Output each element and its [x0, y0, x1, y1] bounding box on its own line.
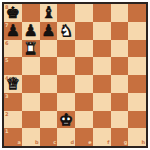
square-a4[interactable]: 4♛	[4, 75, 22, 93]
square-h3[interactable]	[128, 93, 146, 111]
square-c5[interactable]	[40, 57, 58, 75]
square-f6[interactable]	[93, 40, 111, 58]
square-g4[interactable]	[111, 75, 129, 93]
square-f5[interactable]	[93, 57, 111, 75]
square-b2[interactable]	[22, 111, 40, 129]
square-a2[interactable]: 2	[4, 111, 22, 129]
square-d5[interactable]	[57, 57, 75, 75]
square-g8[interactable]	[111, 4, 129, 22]
square-a3[interactable]: 3	[4, 93, 22, 111]
file-label-g: g	[124, 140, 128, 145]
square-f3[interactable]	[93, 93, 111, 111]
square-c2[interactable]	[40, 111, 58, 129]
square-c3[interactable]	[40, 93, 58, 111]
square-c8[interactable]: ♝	[40, 4, 58, 22]
square-h2[interactable]	[128, 111, 146, 129]
piece-black-pawn-c7[interactable]: ♟	[40, 22, 58, 40]
square-a5[interactable]: 5	[4, 57, 22, 75]
square-d8[interactable]	[57, 4, 75, 22]
rank-label-6: 6	[5, 41, 8, 46]
square-b3[interactable]	[22, 93, 40, 111]
square-b7[interactable]: ♟	[22, 22, 40, 40]
square-h6[interactable]	[128, 40, 146, 58]
rank-label-5: 5	[5, 58, 8, 63]
square-g3[interactable]	[111, 93, 129, 111]
square-b4[interactable]	[22, 75, 40, 93]
piece-white-knight-d7[interactable]: ♞	[57, 22, 75, 40]
square-c6[interactable]	[40, 40, 58, 58]
square-b5[interactable]	[22, 57, 40, 75]
square-d3[interactable]	[57, 93, 75, 111]
square-a7[interactable]: 7♟	[4, 22, 22, 40]
square-f1[interactable]: f	[93, 128, 111, 146]
square-h1[interactable]: h	[128, 128, 146, 146]
square-e8[interactable]	[75, 4, 93, 22]
square-d1[interactable]: d	[57, 128, 75, 146]
square-g7[interactable]	[111, 22, 129, 40]
file-label-d: d	[70, 140, 74, 145]
piece-white-queen-a4[interactable]: ♛	[4, 75, 22, 93]
piece-black-king-a8[interactable]: ♚	[4, 4, 22, 22]
square-h5[interactable]	[128, 57, 146, 75]
file-label-f: f	[107, 140, 109, 145]
square-d4[interactable]	[57, 75, 75, 93]
piece-black-bishop-c8[interactable]: ♝	[40, 4, 58, 22]
piece-white-king-d2[interactable]: ♚	[57, 111, 75, 129]
square-e5[interactable]	[75, 57, 93, 75]
square-g2[interactable]	[111, 111, 129, 129]
file-label-e: e	[88, 140, 91, 145]
square-e6[interactable]	[75, 40, 93, 58]
square-a8[interactable]: 8♚	[4, 4, 22, 22]
square-g6[interactable]	[111, 40, 129, 58]
square-e4[interactable]	[75, 75, 93, 93]
square-d2[interactable]: ♚	[57, 111, 75, 129]
file-label-a: a	[17, 140, 20, 145]
chess-board: 8♚♝7♟♟♟♞6♜54♛32♚1abcdefgh	[4, 4, 146, 146]
square-f8[interactable]	[93, 4, 111, 22]
square-h7[interactable]	[128, 22, 146, 40]
square-h4[interactable]	[128, 75, 146, 93]
square-c7[interactable]: ♟	[40, 22, 58, 40]
square-e2[interactable]	[75, 111, 93, 129]
square-b1[interactable]: b	[22, 128, 40, 146]
file-label-c: c	[53, 140, 56, 145]
square-f7[interactable]	[93, 22, 111, 40]
square-e7[interactable]	[75, 22, 93, 40]
chess-board-frame: 8♚♝7♟♟♟♞6♜54♛32♚1abcdefgh	[2, 2, 148, 148]
file-label-b: b	[35, 140, 39, 145]
rank-label-3: 3	[5, 94, 8, 99]
file-label-h: h	[141, 140, 145, 145]
piece-white-rook-b6[interactable]: ♜	[22, 40, 40, 58]
square-e1[interactable]: e	[75, 128, 93, 146]
square-f4[interactable]	[93, 75, 111, 93]
rank-label-2: 2	[5, 112, 8, 117]
square-g5[interactable]	[111, 57, 129, 75]
piece-black-pawn-a7[interactable]: ♟	[4, 22, 22, 40]
square-g1[interactable]: g	[111, 128, 129, 146]
square-d7[interactable]: ♞	[57, 22, 75, 40]
square-d6[interactable]	[57, 40, 75, 58]
square-f2[interactable]	[93, 111, 111, 129]
rank-label-1: 1	[5, 129, 8, 134]
square-c1[interactable]: c	[40, 128, 58, 146]
square-a6[interactable]: 6	[4, 40, 22, 58]
piece-black-pawn-b7[interactable]: ♟	[22, 22, 40, 40]
square-a1[interactable]: 1a	[4, 128, 22, 146]
square-b6[interactable]: ♜	[22, 40, 40, 58]
square-b8[interactable]	[22, 4, 40, 22]
square-h8[interactable]	[128, 4, 146, 22]
square-e3[interactable]	[75, 93, 93, 111]
square-c4[interactable]	[40, 75, 58, 93]
